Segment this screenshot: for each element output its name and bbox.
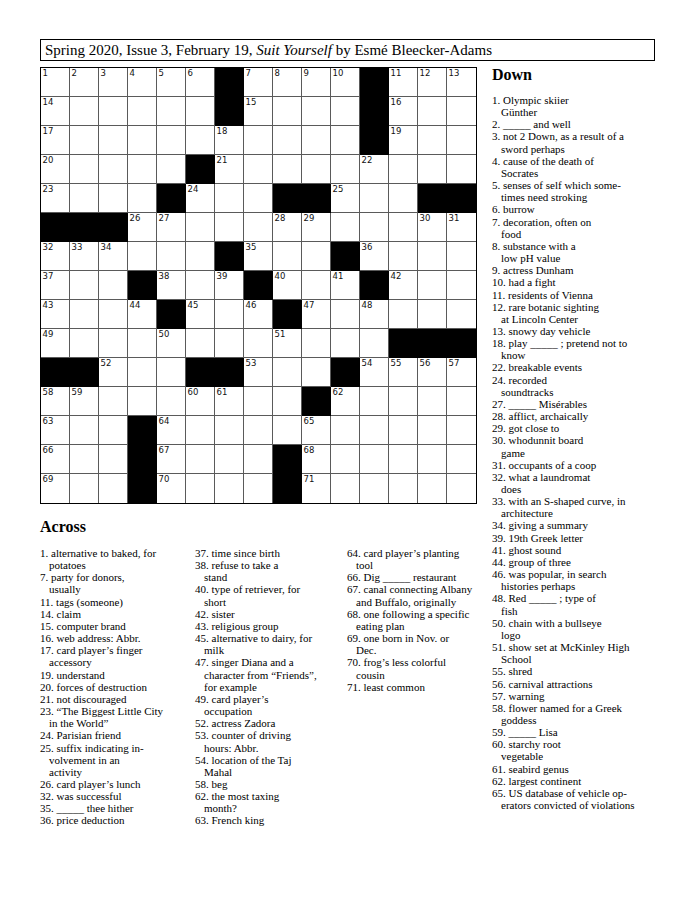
cell-number: 32	[43, 242, 54, 252]
cell-number: 13	[449, 68, 460, 78]
grid-cell[interactable]	[418, 97, 447, 126]
grid-cell[interactable]	[360, 416, 389, 445]
grid-cell[interactable]	[389, 300, 418, 329]
across-clue-14: 14. claim	[40, 608, 194, 620]
black-cell	[215, 97, 244, 126]
grid-cell[interactable]: 2	[70, 68, 99, 97]
across-clue-25: 25. suffix indicating in- volvement in a…	[40, 742, 194, 778]
grid-cell[interactable]	[418, 155, 447, 184]
grid-cell[interactable]	[128, 97, 157, 126]
grid-cell[interactable]	[99, 300, 128, 329]
grid-cell[interactable]: 58	[41, 387, 70, 416]
grid-cell[interactable]	[244, 155, 273, 184]
down-clue-11: 11. residents of Vienna	[492, 289, 692, 301]
cell-number: 47	[304, 300, 315, 310]
grid-cell[interactable]: 49	[41, 329, 70, 358]
black-cell	[331, 242, 360, 271]
grid-cell[interactable]	[70, 97, 99, 126]
grid-cell[interactable]	[128, 387, 157, 416]
down-clue-62: 62. largest continent	[492, 775, 692, 787]
grid-cell[interactable]: 23	[41, 184, 70, 213]
cell-number: 33	[72, 242, 83, 252]
grid-cell[interactable]: 59	[70, 387, 99, 416]
grid-cell[interactable]	[128, 329, 157, 358]
cell-number: 27	[159, 213, 170, 223]
down-clue-44: 44. group of three	[492, 556, 692, 568]
grid-cell[interactable]: 65	[302, 416, 331, 445]
grid-cell[interactable]	[215, 445, 244, 474]
grid-cell[interactable]	[157, 155, 186, 184]
grid-cell[interactable]: 46	[244, 300, 273, 329]
grid-cell[interactable]	[302, 97, 331, 126]
across-clue-42: 42. sister	[195, 608, 347, 620]
grid-cell[interactable]	[389, 416, 418, 445]
grid-cell[interactable]	[186, 474, 215, 503]
grid-cell[interactable]: 48	[360, 300, 389, 329]
cell-number: 17	[43, 126, 54, 136]
grid-cell[interactable]	[447, 416, 476, 445]
grid-cell[interactable]	[244, 474, 273, 503]
down-clue-41: 41. ghost sound	[492, 544, 692, 556]
grid-cell[interactable]	[331, 155, 360, 184]
grid-cell[interactable]	[302, 271, 331, 300]
grid-cell[interactable]: 13	[447, 68, 476, 97]
black-cell	[360, 126, 389, 155]
grid-cell[interactable]	[418, 300, 447, 329]
down-clue-7: 7. decoration, often on food	[492, 216, 692, 240]
down-clue-24: 24. recorded soundtracks	[492, 374, 692, 398]
grid-cell[interactable]	[186, 329, 215, 358]
cell-number: 37	[43, 271, 54, 281]
across-clue-15: 15. computer brand	[40, 620, 194, 632]
across-clue-35: 35. _____ thee hither	[40, 802, 194, 814]
across-clue-column-3: 64. card player’s planting tool66. Dig _…	[347, 547, 495, 693]
grid-cell[interactable]	[447, 155, 476, 184]
down-clue-10: 10. had a fight	[492, 276, 692, 288]
grid-cell[interactable]	[186, 416, 215, 445]
grid-cell[interactable]: 24	[186, 184, 215, 213]
grid-cell[interactable]: 3	[99, 68, 128, 97]
grid-cell[interactable]: 53	[244, 358, 273, 387]
cell-number: 41	[333, 271, 344, 281]
black-cell	[244, 271, 273, 300]
grid-cell[interactable]: 57	[447, 358, 476, 387]
grid-cell[interactable]	[186, 126, 215, 155]
grid-cell[interactable]: 1	[41, 68, 70, 97]
grid-cell[interactable]	[447, 474, 476, 503]
grid-cell[interactable]: 27	[157, 213, 186, 242]
across-clue-38: 38. refuse to take a stand	[195, 559, 347, 583]
grid-cell[interactable]	[331, 213, 360, 242]
cell-number: 18	[217, 126, 228, 136]
grid-cell[interactable]: 6	[186, 68, 215, 97]
cell-number: 64	[159, 416, 170, 426]
grid-cell[interactable]	[244, 445, 273, 474]
grid-cell[interactable]	[302, 358, 331, 387]
cell-number: 23	[43, 184, 54, 194]
grid-cell[interactable]	[99, 387, 128, 416]
grid-cell[interactable]	[99, 184, 128, 213]
grid-cell[interactable]: 71	[302, 474, 331, 503]
grid-cell[interactable]	[360, 184, 389, 213]
grid-cell[interactable]	[99, 97, 128, 126]
grid-cell[interactable]	[186, 213, 215, 242]
cell-number: 68	[304, 445, 315, 455]
cell-number: 9	[304, 68, 309, 78]
black-cell	[157, 300, 186, 329]
grid-cell[interactable]	[418, 445, 447, 474]
across-clue-37: 37. time since birth	[195, 547, 347, 559]
grid-cell[interactable]	[157, 126, 186, 155]
grid-cell[interactable]	[99, 126, 128, 155]
across-clue-52: 52. actress Zadora	[195, 717, 347, 729]
grid-cell[interactable]	[389, 213, 418, 242]
black-cell	[128, 271, 157, 300]
grid-cell[interactable]	[447, 300, 476, 329]
cell-number: 31	[449, 213, 460, 223]
grid-cell[interactable]	[215, 300, 244, 329]
grid-cell[interactable]: 42	[389, 271, 418, 300]
grid-cell[interactable]: 17	[41, 126, 70, 155]
grid-cell[interactable]: 43	[41, 300, 70, 329]
grid-cell[interactable]: 54	[360, 358, 389, 387]
across-clue-62: 62. the most taxing month?	[195, 790, 347, 814]
cell-number: 28	[275, 213, 286, 223]
grid-cell[interactable]	[244, 329, 273, 358]
grid-cell[interactable]: 41	[331, 271, 360, 300]
black-cell	[215, 242, 244, 271]
issue-title-prefix: Spring 2020, Issue 3, February 19,	[45, 42, 256, 58]
grid-cell[interactable]	[331, 416, 360, 445]
down-clue-1: 1. Olympic skiier Günther	[492, 94, 692, 118]
cell-number: 65	[304, 416, 315, 426]
grid-cell[interactable]: 52	[99, 358, 128, 387]
grid-cell[interactable]	[360, 445, 389, 474]
grid-cell[interactable]: 20	[41, 155, 70, 184]
grid-cell[interactable]	[157, 242, 186, 271]
grid-cell[interactable]: 26	[128, 213, 157, 242]
grid-cell[interactable]	[157, 358, 186, 387]
black-cell	[41, 213, 70, 242]
cell-number: 48	[362, 300, 373, 310]
across-clue-63: 63. French king	[195, 814, 347, 826]
grid-cell[interactable]	[360, 329, 389, 358]
black-cell	[128, 445, 157, 474]
black-cell	[447, 329, 476, 358]
down-clue-6: 6. burrow	[492, 203, 692, 215]
grid-cell[interactable]: 70	[157, 474, 186, 503]
grid-cell[interactable]: 8	[273, 68, 302, 97]
grid-cell[interactable]	[128, 184, 157, 213]
down-heading: Down	[492, 66, 532, 84]
grid-cell[interactable]	[331, 300, 360, 329]
down-clue-13: 13. snowy day vehicle	[492, 325, 692, 337]
black-cell	[157, 184, 186, 213]
grid-cell[interactable]: 7	[244, 68, 273, 97]
grid-cell[interactable]: 37	[41, 271, 70, 300]
black-cell	[128, 416, 157, 445]
grid-cell[interactable]: 28	[273, 213, 302, 242]
grid-cell[interactable]	[389, 242, 418, 271]
grid-cell[interactable]	[215, 184, 244, 213]
grid-cell[interactable]	[273, 242, 302, 271]
grid-cell[interactable]: 68	[302, 445, 331, 474]
grid-cell[interactable]	[70, 271, 99, 300]
grid-cell[interactable]: 34	[99, 242, 128, 271]
down-clue-27: 27. _____ Misérables	[492, 398, 692, 410]
grid-cell[interactable]: 51	[273, 329, 302, 358]
grid-cell[interactable]: 60	[186, 387, 215, 416]
grid-cell[interactable]	[70, 126, 99, 155]
down-clue-55: 55. shred	[492, 665, 692, 677]
cell-number: 66	[43, 445, 54, 455]
grid-cell[interactable]: 56	[418, 358, 447, 387]
cell-number: 49	[43, 329, 54, 339]
down-clue-22: 22. breakable events	[492, 361, 692, 373]
grid-cell[interactable]: 19	[389, 126, 418, 155]
cell-number: 60	[188, 387, 199, 397]
grid-cell[interactable]: 31	[447, 213, 476, 242]
cell-number: 59	[72, 387, 83, 397]
grid-cell[interactable]: 66	[41, 445, 70, 474]
grid-cell[interactable]	[360, 213, 389, 242]
grid-cell[interactable]	[273, 416, 302, 445]
grid-cell[interactable]: 36	[360, 242, 389, 271]
grid-cell[interactable]	[418, 126, 447, 155]
grid-cell[interactable]: 38	[157, 271, 186, 300]
grid-cell[interactable]	[273, 155, 302, 184]
across-clue-column-2: 37. time since birth38. refuse to take a…	[195, 547, 347, 827]
grid-cell[interactable]	[99, 445, 128, 474]
grid-cell[interactable]	[70, 155, 99, 184]
down-clue-2: 2. _____ and well	[492, 118, 692, 130]
across-clue-19: 19. understand	[40, 669, 194, 681]
cell-number: 34	[101, 242, 112, 252]
grid-cell[interactable]	[70, 416, 99, 445]
grid-cell[interactable]	[331, 474, 360, 503]
grid-cell[interactable]	[99, 271, 128, 300]
grid-cell[interactable]	[70, 300, 99, 329]
grid-cell[interactable]	[244, 416, 273, 445]
grid-cell[interactable]: 47	[302, 300, 331, 329]
grid-cell[interactable]	[389, 445, 418, 474]
cell-number: 29	[304, 213, 315, 223]
grid-cell[interactable]	[273, 97, 302, 126]
cell-number: 12	[420, 68, 431, 78]
grid-cell[interactable]	[360, 474, 389, 503]
grid-cell[interactable]	[331, 329, 360, 358]
grid-cell[interactable]: 45	[186, 300, 215, 329]
grid-cell[interactable]	[447, 445, 476, 474]
grid-cell[interactable]: 50	[157, 329, 186, 358]
black-cell	[99, 213, 128, 242]
cell-number: 35	[246, 242, 257, 252]
across-clue-21: 21. not discouraged	[40, 693, 194, 705]
grid-cell[interactable]	[70, 329, 99, 358]
grid-cell[interactable]	[331, 97, 360, 126]
grid-cell[interactable]: 35	[244, 242, 273, 271]
grid-cell[interactable]	[447, 97, 476, 126]
grid-cell[interactable]	[99, 416, 128, 445]
grid-cell[interactable]: 9	[302, 68, 331, 97]
grid-cell[interactable]: 64	[157, 416, 186, 445]
cell-number: 15	[246, 97, 257, 107]
grid-cell[interactable]	[273, 387, 302, 416]
cell-number: 51	[275, 329, 286, 339]
grid-cell[interactable]	[157, 387, 186, 416]
across-clue-71: 71. least common	[347, 681, 495, 693]
grid-cell[interactable]: 55	[389, 358, 418, 387]
grid-cell[interactable]	[244, 184, 273, 213]
cell-number: 8	[275, 68, 280, 78]
cell-number: 14	[43, 97, 54, 107]
across-clue-54: 54. location of the Taj Mahal	[195, 754, 347, 778]
grid-cell[interactable]: 29	[302, 213, 331, 242]
grid-cell[interactable]	[302, 242, 331, 271]
grid-cell[interactable]: 4	[128, 68, 157, 97]
grid-cell[interactable]	[389, 387, 418, 416]
down-clue-18: 18. play _____ ; pretend not to know	[492, 337, 692, 361]
grid-cell[interactable]	[331, 445, 360, 474]
grid-cell[interactable]	[273, 126, 302, 155]
grid-cell[interactable]	[447, 126, 476, 155]
grid-cell[interactable]: 69	[41, 474, 70, 503]
across-clue-20: 20. forces of destruction	[40, 681, 194, 693]
grid-cell[interactable]	[186, 445, 215, 474]
grid-cell[interactable]	[418, 474, 447, 503]
grid-cell[interactable]: 21	[215, 155, 244, 184]
down-clue-50: 50. chain with a bullseye logo	[492, 617, 692, 641]
grid-cell[interactable]: 14	[41, 97, 70, 126]
grid-cell[interactable]: 30	[418, 213, 447, 242]
grid-cell[interactable]	[99, 474, 128, 503]
cell-number: 63	[43, 416, 54, 426]
cell-number: 36	[362, 242, 373, 252]
grid-cell[interactable]: 67	[157, 445, 186, 474]
grid-cell[interactable]	[99, 155, 128, 184]
grid-cell[interactable]	[447, 387, 476, 416]
grid-cell[interactable]	[447, 242, 476, 271]
black-cell	[128, 474, 157, 503]
grid-cell[interactable]	[215, 213, 244, 242]
grid-cell[interactable]	[302, 126, 331, 155]
grid-cell[interactable]	[389, 184, 418, 213]
across-clue-26: 26. card player’s lunch	[40, 778, 194, 790]
cell-number: 54	[362, 358, 373, 368]
grid-cell[interactable]: 61	[215, 387, 244, 416]
issue-title: Spring 2020, Issue 3, February 19, Suit …	[40, 39, 655, 61]
grid-cell[interactable]	[389, 155, 418, 184]
cell-number: 22	[362, 155, 373, 165]
grid-cell[interactable]	[128, 358, 157, 387]
cell-number: 45	[188, 300, 199, 310]
cell-number: 10	[333, 68, 344, 78]
grid-cell[interactable]: 25	[331, 184, 360, 213]
grid-cell[interactable]	[186, 271, 215, 300]
down-clue-31: 31. occupants of a coop	[492, 459, 692, 471]
cell-number: 38	[159, 271, 170, 281]
across-clue-67: 67. canal connecting Albany and Buffalo,…	[347, 583, 495, 607]
grid-cell[interactable]	[244, 126, 273, 155]
grid-cell[interactable]: 40	[273, 271, 302, 300]
across-clue-66: 66. Dig _____ restaurant	[347, 571, 495, 583]
grid-cell[interactable]	[215, 474, 244, 503]
grid-cell[interactable]	[70, 474, 99, 503]
cell-number: 53	[246, 358, 257, 368]
black-cell	[418, 329, 447, 358]
across-clue-58: 58. beg	[195, 778, 347, 790]
black-cell	[215, 68, 244, 97]
grid-cell[interactable]	[99, 329, 128, 358]
grid-cell[interactable]	[70, 184, 99, 213]
grid-cell[interactable]	[157, 97, 186, 126]
black-cell	[186, 155, 215, 184]
cell-number: 39	[217, 271, 228, 281]
grid-cell[interactable]: 16	[389, 97, 418, 126]
grid-cell[interactable]: 63	[41, 416, 70, 445]
grid-cell[interactable]: 62	[331, 387, 360, 416]
down-clue-8: 8. substance with a low pH value	[492, 240, 692, 264]
grid-cell[interactable]	[244, 387, 273, 416]
grid-cell[interactable]	[418, 242, 447, 271]
grid-cell[interactable]	[128, 155, 157, 184]
down-clue-56: 56. carnival attractions	[492, 678, 692, 690]
grid-cell[interactable]	[331, 126, 360, 155]
grid-cell[interactable]: 15	[244, 97, 273, 126]
grid-cell[interactable]	[70, 445, 99, 474]
cell-number: 55	[391, 358, 402, 368]
grid-cell[interactable]: 33	[70, 242, 99, 271]
grid-cell[interactable]	[302, 329, 331, 358]
grid-cell[interactable]	[360, 387, 389, 416]
grid-cell[interactable]	[244, 213, 273, 242]
cell-number: 40	[275, 271, 286, 281]
issue-title-suffix: by Esmé Bleecker-Adams	[332, 42, 492, 58]
grid-cell[interactable]	[389, 474, 418, 503]
grid-cell[interactable]	[447, 271, 476, 300]
grid-cell[interactable]	[418, 271, 447, 300]
grid-cell[interactable]: 39	[215, 271, 244, 300]
cell-number: 5	[159, 68, 164, 78]
grid-cell[interactable]: 18	[215, 126, 244, 155]
grid-cell[interactable]: 32	[41, 242, 70, 271]
grid-cell[interactable]: 5	[157, 68, 186, 97]
grid-cell[interactable]	[186, 242, 215, 271]
grid-cell[interactable]: 12	[418, 68, 447, 97]
grid-cell[interactable]: 44	[128, 300, 157, 329]
puzzle-title: Suit Yourself	[256, 42, 332, 58]
grid-cell[interactable]	[215, 329, 244, 358]
grid-cell[interactable]: 10	[331, 68, 360, 97]
grid-cell[interactable]	[128, 242, 157, 271]
grid-cell[interactable]	[418, 387, 447, 416]
grid-cell[interactable]	[418, 416, 447, 445]
across-clue-64: 64. card player’s planting tool	[347, 547, 495, 571]
across-clue-7: 7. party for donors, usually	[40, 571, 194, 595]
across-clue-69: 69. one born in Nov. or Dec.	[347, 632, 495, 656]
grid-cell[interactable]: 22	[360, 155, 389, 184]
across-clue-16: 16. web address: Abbr.	[40, 632, 194, 644]
grid-cell[interactable]	[128, 126, 157, 155]
grid-cell[interactable]	[215, 416, 244, 445]
grid-cell[interactable]	[302, 155, 331, 184]
grid-cell[interactable]	[273, 358, 302, 387]
across-clue-1: 1. alternative to baked, for potatoes	[40, 547, 194, 571]
across-clue-32: 32. was successful	[40, 790, 194, 802]
down-clue-12: 12. rare botanic sighting at Lincoln Cen…	[492, 301, 692, 325]
grid-cell[interactable]	[186, 97, 215, 126]
grid-cell[interactable]: 11	[389, 68, 418, 97]
